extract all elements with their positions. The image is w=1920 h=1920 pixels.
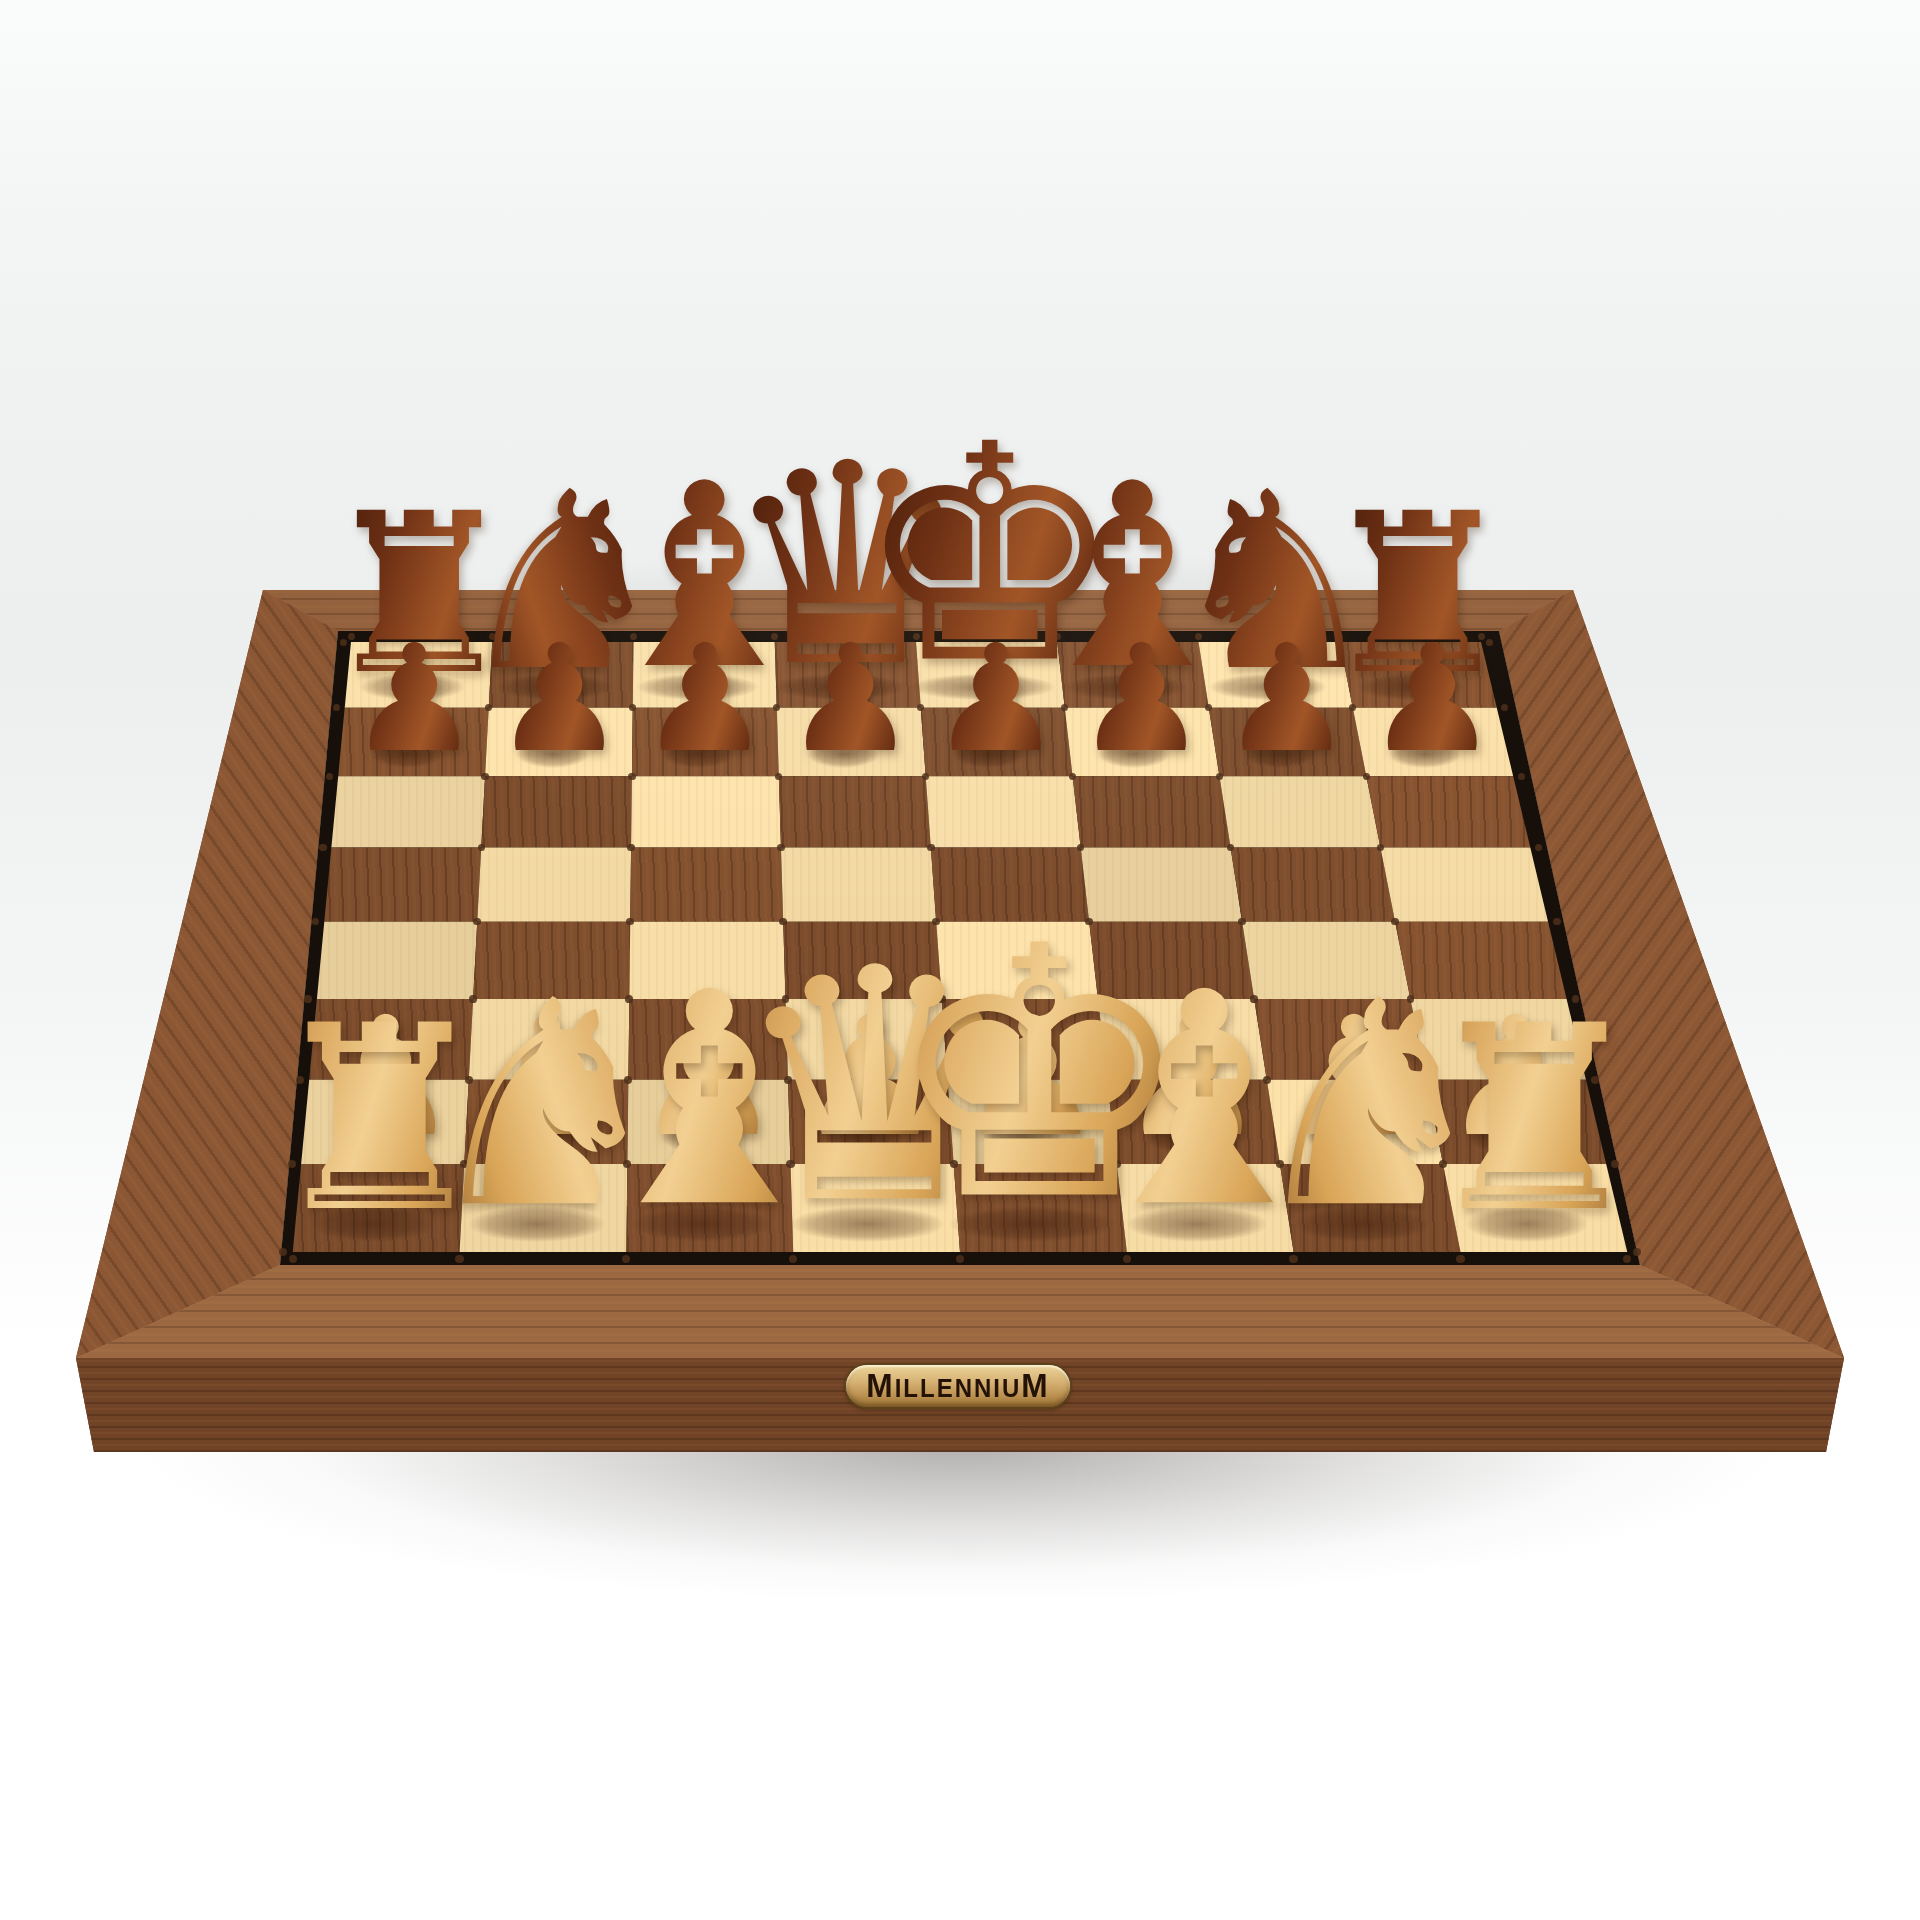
pieces-layer: ♜♞♝♛♚♝♞♜♟♟♟♟♟♟♟♟♟♟♟♟♟♟♟♟♜♞♝♛♚♝♞♜ [0,0,1920,1920]
piece-black-pawn-b7[interactable]: ♟ [493,624,626,772]
product-photo-stage: MILLENNIUM ♜♞♝♛♚♝♞♜♟♟♟♟♟♟♟♟♟♟♟♟♟♟♟♟♜♞♝♛♚… [0,0,1920,1920]
piece-black-pawn-g7[interactable]: ♟ [1220,624,1353,772]
piece-black-pawn-e7[interactable]: ♟ [929,624,1062,772]
piece-black-pawn-c7[interactable]: ♟ [639,624,772,772]
piece-white-rook-h1[interactable]: ♜ [1420,992,1649,1248]
piece-black-pawn-f7[interactable]: ♟ [1075,624,1208,772]
piece-black-pawn-h7[interactable]: ♟ [1366,624,1499,772]
piece-black-pawn-d7[interactable]: ♟ [784,624,917,772]
piece-black-pawn-a7[interactable]: ♟ [348,624,481,772]
